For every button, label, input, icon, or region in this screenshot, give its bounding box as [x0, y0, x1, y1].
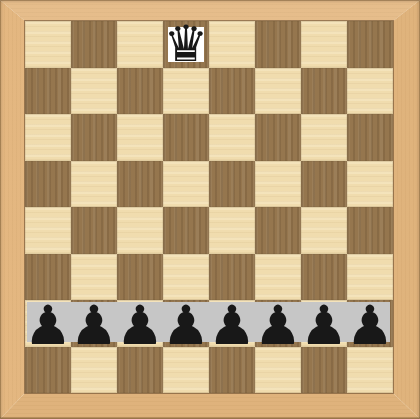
board-frame-right — [393, 0, 420, 419]
chess-board[interactable]: ♛♟♟♟♟♟♟♟♟ — [25, 21, 393, 393]
black-pawn-f2[interactable]: ♟ — [255, 303, 301, 350]
black-pawn-a2[interactable]: ♟ — [25, 303, 71, 350]
board-pieces: ♛♟♟♟♟♟♟♟♟ — [25, 21, 393, 393]
black-queen[interactable]: ♛ — [163, 21, 209, 68]
black-pawn-b2[interactable]: ♟ — [71, 303, 117, 350]
black-pawn-d2[interactable]: ♟ — [163, 303, 209, 350]
black-pawn-c2[interactable]: ♟ — [117, 303, 163, 350]
board-frame-left — [0, 0, 25, 419]
black-pawn-g2[interactable]: ♟ — [301, 303, 347, 350]
board-frame-bottom — [0, 393, 420, 419]
black-pawn-e2[interactable]: ♟ — [209, 303, 255, 350]
black-pawn-h2[interactable]: ♟ — [347, 303, 393, 350]
board-frame-top — [0, 0, 420, 21]
wooden-chessboard: ♛♟♟♟♟♟♟♟♟ — [0, 0, 420, 419]
